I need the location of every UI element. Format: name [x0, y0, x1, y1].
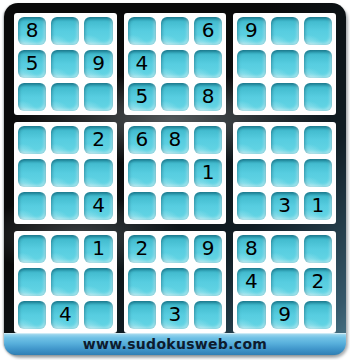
digit: 9 — [245, 20, 258, 40]
cell-r1c4[interactable] — [128, 17, 156, 45]
cell-r1c5[interactable] — [161, 17, 189, 45]
cell-r2c3[interactable]: 9 — [84, 50, 112, 78]
box-3: 9 — [233, 13, 336, 115]
cell-r5c8[interactable] — [271, 159, 299, 187]
cell-r6c1[interactable] — [18, 192, 46, 220]
cell-r3c3[interactable] — [84, 83, 112, 111]
digit: 9 — [278, 304, 291, 324]
cell-r4c8[interactable] — [271, 126, 299, 154]
cell-r2c4[interactable]: 4 — [128, 50, 156, 78]
box-2: 6458 — [124, 13, 227, 115]
cell-r7c3[interactable]: 1 — [84, 235, 112, 263]
box-6: 31 — [233, 122, 336, 224]
cell-r3c7[interactable] — [237, 83, 265, 111]
cell-r8c2[interactable] — [51, 268, 79, 296]
digit: 8 — [26, 20, 39, 40]
cell-r8c6[interactable] — [194, 268, 222, 296]
cell-r7c4[interactable]: 2 — [128, 235, 156, 263]
digit: 5 — [135, 86, 148, 106]
cell-r1c6[interactable]: 6 — [194, 17, 222, 45]
digit: 3 — [169, 304, 182, 324]
digit: 8 — [245, 238, 258, 258]
digit: 6 — [135, 129, 148, 149]
cell-r3c2[interactable] — [51, 83, 79, 111]
cell-r9c7[interactable] — [237, 301, 265, 329]
cell-r2c7[interactable] — [237, 50, 265, 78]
cell-r8c8[interactable] — [271, 268, 299, 296]
digit: 4 — [245, 271, 258, 291]
cell-r7c2[interactable] — [51, 235, 79, 263]
footer-site-link[interactable]: www.sudokusweb.com — [83, 336, 267, 352]
digit: 8 — [202, 86, 215, 106]
cell-r9c6[interactable] — [194, 301, 222, 329]
cell-r8c3[interactable] — [84, 268, 112, 296]
box-4: 24 — [14, 122, 117, 224]
cell-r6c2[interactable] — [51, 192, 79, 220]
digit: 4 — [92, 195, 105, 215]
digit: 4 — [135, 53, 148, 73]
cell-r5c9[interactable] — [304, 159, 332, 187]
cell-r9c5[interactable]: 3 — [161, 301, 189, 329]
cell-r4c1[interactable] — [18, 126, 46, 154]
cell-r5c4[interactable] — [128, 159, 156, 187]
cell-r5c2[interactable] — [51, 159, 79, 187]
cell-r9c9[interactable] — [304, 301, 332, 329]
cell-r6c4[interactable] — [128, 192, 156, 220]
cell-r9c2[interactable]: 4 — [51, 301, 79, 329]
digit: 9 — [92, 53, 105, 73]
digit: 1 — [202, 162, 215, 182]
cell-r9c4[interactable] — [128, 301, 156, 329]
footer-bar: www.sudokusweb.com — [4, 333, 346, 355]
cell-r2c6[interactable] — [194, 50, 222, 78]
cell-r9c3[interactable] — [84, 301, 112, 329]
digit: 2 — [312, 271, 325, 291]
cell-r2c9[interactable] — [304, 50, 332, 78]
box-5: 681 — [124, 122, 227, 224]
cell-r5c3[interactable] — [84, 159, 112, 187]
cell-r2c5[interactable] — [161, 50, 189, 78]
cell-r7c9[interactable] — [304, 235, 332, 263]
cell-r3c9[interactable] — [304, 83, 332, 111]
cell-r7c1[interactable] — [18, 235, 46, 263]
cell-r7c8[interactable] — [271, 235, 299, 263]
digit: 8 — [169, 129, 182, 149]
cell-r6c7[interactable] — [237, 192, 265, 220]
cell-r3c8[interactable] — [271, 83, 299, 111]
box-1: 859 — [14, 13, 117, 115]
digit: 1 — [92, 238, 105, 258]
cell-r9c8[interactable]: 9 — [271, 301, 299, 329]
cell-r2c8[interactable] — [271, 50, 299, 78]
digit: 1 — [312, 195, 325, 215]
digit: 5 — [26, 53, 39, 73]
cell-r6c9[interactable]: 1 — [304, 192, 332, 220]
cell-r4c6[interactable] — [194, 126, 222, 154]
sudoku-board: 859645892468131142938429 www.sudokusweb.… — [4, 3, 346, 355]
digit: 2 — [92, 129, 105, 149]
digit: 4 — [59, 304, 72, 324]
cell-r9c1[interactable] — [18, 301, 46, 329]
cell-r3c5[interactable] — [161, 83, 189, 111]
sudoku-grid: 859645892468131142938429 — [14, 13, 336, 333]
digit: 9 — [202, 238, 215, 258]
cell-r5c7[interactable] — [237, 159, 265, 187]
cell-r6c5[interactable] — [161, 192, 189, 220]
cell-r4c4[interactable]: 6 — [128, 126, 156, 154]
cell-r7c6[interactable]: 9 — [194, 235, 222, 263]
cell-r1c7[interactable]: 9 — [237, 17, 265, 45]
cell-r5c1[interactable] — [18, 159, 46, 187]
cell-r1c1[interactable]: 8 — [18, 17, 46, 45]
digit: 2 — [135, 238, 148, 258]
cell-r4c9[interactable] — [304, 126, 332, 154]
cell-r8c9[interactable]: 2 — [304, 268, 332, 296]
cell-r8c1[interactable] — [18, 268, 46, 296]
cell-r8c4[interactable] — [128, 268, 156, 296]
cell-r2c1[interactable]: 5 — [18, 50, 46, 78]
cell-r3c4[interactable]: 5 — [128, 83, 156, 111]
cell-r4c5[interactable]: 8 — [161, 126, 189, 154]
cell-r8c7[interactable]: 4 — [237, 268, 265, 296]
cell-r7c5[interactable] — [161, 235, 189, 263]
cell-r4c7[interactable] — [237, 126, 265, 154]
cell-r1c3[interactable] — [84, 17, 112, 45]
cell-r4c3[interactable]: 2 — [84, 126, 112, 154]
cell-r6c8[interactable]: 3 — [271, 192, 299, 220]
cell-r1c2[interactable] — [51, 17, 79, 45]
box-7: 14 — [14, 231, 117, 333]
cell-r8c5[interactable] — [161, 268, 189, 296]
cell-r3c1[interactable] — [18, 83, 46, 111]
cell-r2c2[interactable] — [51, 50, 79, 78]
cell-r5c5[interactable] — [161, 159, 189, 187]
cell-r3c6[interactable]: 8 — [194, 83, 222, 111]
cell-r7c7[interactable]: 8 — [237, 235, 265, 263]
cell-r6c6[interactable] — [194, 192, 222, 220]
cell-r1c9[interactable] — [304, 17, 332, 45]
box-8: 293 — [124, 231, 227, 333]
cell-r1c8[interactable] — [271, 17, 299, 45]
cell-r5c6[interactable]: 1 — [194, 159, 222, 187]
box-9: 8429 — [233, 231, 336, 333]
digit: 3 — [278, 195, 291, 215]
cell-r4c2[interactable] — [51, 126, 79, 154]
cell-r6c3[interactable]: 4 — [84, 192, 112, 220]
digit: 6 — [202, 20, 215, 40]
